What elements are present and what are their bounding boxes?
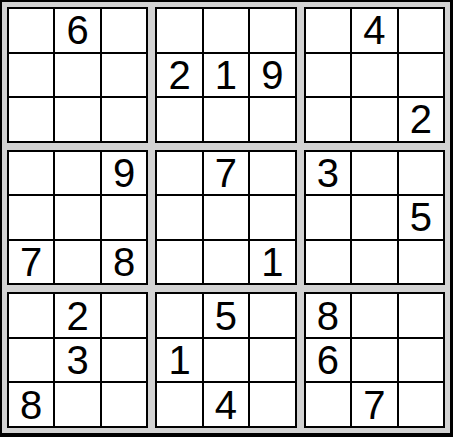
cell-r8-c3[interactable] (102, 339, 146, 382)
cell-r9-c7[interactable] (306, 383, 350, 426)
cell-r9-c3[interactable] (102, 383, 146, 426)
cell-r3-c8[interactable] (352, 98, 396, 141)
cell-r2-c1[interactable] (9, 54, 53, 97)
cell-r6-c2[interactable] (55, 241, 99, 284)
cell-r4-c2[interactable] (55, 152, 99, 195)
cell-r4-c5[interactable]: 7 (204, 152, 248, 195)
cell-r1-c7[interactable] (306, 9, 350, 52)
cell-r8-c6[interactable] (250, 339, 294, 382)
cell-r4-c9[interactable] (399, 152, 443, 195)
cell-r9-c6[interactable] (250, 383, 294, 426)
cell-r6-c3[interactable]: 8 (102, 241, 146, 284)
cell-r9-c4[interactable] (157, 383, 201, 426)
cell-r1-c4[interactable] (157, 9, 201, 52)
cell-r2-c8[interactable] (352, 54, 396, 97)
cell-r7-c4[interactable] (157, 294, 201, 337)
cell-r5-c1[interactable] (9, 196, 53, 239)
cell-r9-c2[interactable] (55, 383, 99, 426)
cell-r3-c7[interactable] (306, 98, 350, 141)
cell-r1-c8[interactable]: 4 (352, 9, 396, 52)
cell-r7-c7[interactable]: 8 (306, 294, 350, 337)
cell-r1-c1[interactable] (9, 9, 53, 52)
cell-r2-c3[interactable] (102, 54, 146, 97)
box-r3-c2: 514 (155, 292, 296, 428)
cell-r3-c9[interactable]: 2 (399, 98, 443, 141)
cell-r6-c5[interactable] (204, 241, 248, 284)
box-r3-c1: 238 (7, 292, 148, 428)
cell-r4-c4[interactable] (157, 152, 201, 195)
cell-r5-c2[interactable] (55, 196, 99, 239)
cell-r2-c9[interactable] (399, 54, 443, 97)
cell-r2-c6[interactable]: 9 (250, 54, 294, 97)
cell-r3-c1[interactable] (9, 98, 53, 141)
cell-r8-c2[interactable]: 3 (55, 339, 99, 382)
cell-r2-c5[interactable]: 1 (204, 54, 248, 97)
cell-r6-c1[interactable]: 7 (9, 241, 53, 284)
cell-r5-c8[interactable] (352, 196, 396, 239)
cell-r1-c6[interactable] (250, 9, 294, 52)
cell-r9-c9[interactable] (399, 383, 443, 426)
cell-r6-c6[interactable]: 1 (250, 241, 294, 284)
cell-r3-c4[interactable] (157, 98, 201, 141)
cell-r3-c5[interactable] (204, 98, 248, 141)
cell-r5-c4[interactable] (157, 196, 201, 239)
cell-r8-c9[interactable] (399, 339, 443, 382)
cell-r7-c2[interactable]: 2 (55, 294, 99, 337)
cell-r7-c3[interactable] (102, 294, 146, 337)
cell-r4-c3[interactable]: 9 (102, 152, 146, 195)
cell-r3-c6[interactable] (250, 98, 294, 141)
box-r2-c3: 35 (304, 150, 445, 286)
cell-r7-c9[interactable] (399, 294, 443, 337)
sudoku-board: 6 219 42 978 71 35 238 514 867 (0, 0, 453, 437)
cell-r4-c7[interactable]: 3 (306, 152, 350, 195)
cell-r8-c7[interactable]: 6 (306, 339, 350, 382)
cell-r9-c5[interactable]: 4 (204, 383, 248, 426)
box-r1-c1: 6 (7, 7, 148, 143)
box-r2-c2: 71 (155, 150, 296, 286)
cell-r6-c4[interactable] (157, 241, 201, 284)
cell-r8-c4[interactable]: 1 (157, 339, 201, 382)
box-r1-c3: 42 (304, 7, 445, 143)
cell-r1-c9[interactable] (399, 9, 443, 52)
cell-r2-c7[interactable] (306, 54, 350, 97)
cell-r2-c4[interactable]: 2 (157, 54, 201, 97)
cell-r7-c1[interactable] (9, 294, 53, 337)
cell-r4-c6[interactable] (250, 152, 294, 195)
cell-r5-c6[interactable] (250, 196, 294, 239)
box-r1-c2: 219 (155, 7, 296, 143)
cell-r5-c5[interactable] (204, 196, 248, 239)
cell-r8-c8[interactable] (352, 339, 396, 382)
cell-r1-c2[interactable]: 6 (55, 9, 99, 52)
cell-r2-c2[interactable] (55, 54, 99, 97)
cell-r6-c8[interactable] (352, 241, 396, 284)
cell-r7-c8[interactable] (352, 294, 396, 337)
cell-r5-c7[interactable] (306, 196, 350, 239)
cell-r5-c3[interactable] (102, 196, 146, 239)
cell-r1-c3[interactable] (102, 9, 146, 52)
cell-r3-c3[interactable] (102, 98, 146, 141)
cell-r6-c7[interactable] (306, 241, 350, 284)
cell-r1-c5[interactable] (204, 9, 248, 52)
cell-r5-c9[interactable]: 5 (399, 196, 443, 239)
cell-r9-c8[interactable]: 7 (352, 383, 396, 426)
box-r2-c1: 978 (7, 150, 148, 286)
cell-r7-c6[interactable] (250, 294, 294, 337)
cell-r8-c5[interactable] (204, 339, 248, 382)
cell-r7-c5[interactable]: 5 (204, 294, 248, 337)
cell-r4-c1[interactable] (9, 152, 53, 195)
cell-r9-c1[interactable]: 8 (9, 383, 53, 426)
cell-r4-c8[interactable] (352, 152, 396, 195)
cell-r3-c2[interactable] (55, 98, 99, 141)
cell-r8-c1[interactable] (9, 339, 53, 382)
box-r3-c3: 867 (304, 292, 445, 428)
cell-r6-c9[interactable] (399, 241, 443, 284)
